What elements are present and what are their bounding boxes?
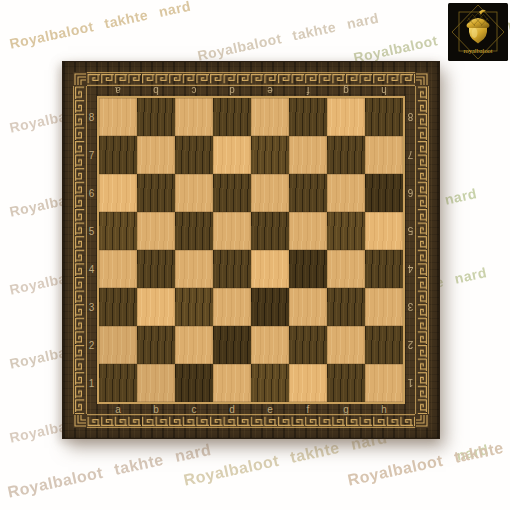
square-c3: [175, 288, 213, 326]
square-e2: [251, 326, 289, 364]
file-label: b: [137, 404, 175, 415]
square-b7: [137, 136, 175, 174]
file-label: d: [213, 404, 251, 415]
rank-label: 5: [405, 212, 416, 250]
file-label: b: [137, 85, 175, 96]
square-h1: [365, 364, 403, 402]
square-a6: [99, 174, 137, 212]
rank-labels-right: 87654321: [405, 98, 416, 402]
rank-label: 8: [86, 98, 97, 136]
square-a3: [99, 288, 137, 326]
brand-logo: royalbaloot: [448, 3, 508, 61]
square-a2: [99, 326, 137, 364]
file-label: f: [289, 85, 327, 96]
file-label: g: [327, 404, 365, 415]
square-b6: [137, 174, 175, 212]
square-f7: [289, 136, 327, 174]
square-c4: [175, 250, 213, 288]
rank-label: 8: [405, 98, 416, 136]
square-h6: [365, 174, 403, 212]
rank-label: 1: [405, 364, 416, 402]
square-e6: [251, 174, 289, 212]
square-d3: [213, 288, 251, 326]
square-g4: [327, 250, 365, 288]
file-label: h: [365, 85, 403, 96]
square-c8: [175, 98, 213, 136]
square-f1: [289, 364, 327, 402]
square-a5: [99, 212, 137, 250]
rank-label: 4: [405, 250, 416, 288]
square-d6: [213, 174, 251, 212]
file-label: e: [251, 85, 289, 96]
square-f3: [289, 288, 327, 326]
rank-label: 6: [405, 174, 416, 212]
square-e4: [251, 250, 289, 288]
file-label: f: [289, 404, 327, 415]
greek-key-border-right: [415, 72, 429, 428]
square-e7: [251, 136, 289, 174]
greek-key-corner: [73, 72, 87, 86]
square-c6: [175, 174, 213, 212]
square-b5: [137, 212, 175, 250]
greek-key-border-left: [73, 72, 87, 428]
file-label: a: [99, 404, 137, 415]
square-h8: [365, 98, 403, 136]
square-b3: [137, 288, 175, 326]
rank-label: 2: [405, 326, 416, 364]
square-b4: [137, 250, 175, 288]
greek-key-border-top: [73, 72, 429, 86]
rank-label: 1: [86, 364, 97, 402]
square-d2: [213, 326, 251, 364]
square-g6: [327, 174, 365, 212]
greek-key-corner: [415, 72, 429, 86]
square-d8: [213, 98, 251, 136]
square-f6: [289, 174, 327, 212]
square-d1: [213, 364, 251, 402]
square-c7: [175, 136, 213, 174]
square-a7: [99, 136, 137, 174]
file-label: c: [175, 404, 213, 415]
greek-key-border-bottom: [73, 414, 429, 428]
rank-label: 3: [405, 288, 416, 326]
square-h2: [365, 326, 403, 364]
square-h7: [365, 136, 403, 174]
chessboard: abcdefgh abcdefgh 87654321 87654321: [62, 61, 440, 439]
square-b1: [137, 364, 175, 402]
square-h5: [365, 212, 403, 250]
square-c2: [175, 326, 213, 364]
square-g5: [327, 212, 365, 250]
rank-label: 3: [86, 288, 97, 326]
square-a1: [99, 364, 137, 402]
square-d5: [213, 212, 251, 250]
rank-label: 6: [86, 174, 97, 212]
file-labels-bottom: abcdefgh: [99, 404, 403, 415]
square-d7: [213, 136, 251, 174]
square-f5: [289, 212, 327, 250]
square-g8: [327, 98, 365, 136]
file-label: a: [99, 85, 137, 96]
rank-label: 7: [86, 136, 97, 174]
square-e3: [251, 288, 289, 326]
rank-label: 5: [86, 212, 97, 250]
square-g7: [327, 136, 365, 174]
square-d4: [213, 250, 251, 288]
square-f2: [289, 326, 327, 364]
rank-label: 4: [86, 250, 97, 288]
greek-key-corner: [73, 414, 87, 428]
rank-label: 2: [86, 326, 97, 364]
square-g1: [327, 364, 365, 402]
square-b2: [137, 326, 175, 364]
square-a8: [99, 98, 137, 136]
rank-label: 7: [405, 136, 416, 174]
file-labels-top: abcdefgh: [99, 85, 403, 96]
rank-labels-left: 87654321: [86, 98, 97, 402]
square-g2: [327, 326, 365, 364]
square-c1: [175, 364, 213, 402]
square-c5: [175, 212, 213, 250]
square-h4: [365, 250, 403, 288]
greek-key-corner: [415, 414, 429, 428]
square-h3: [365, 288, 403, 326]
square-a4: [99, 250, 137, 288]
square-e8: [251, 98, 289, 136]
file-label: e: [251, 404, 289, 415]
file-label: h: [365, 404, 403, 415]
watermark-text: Royalbaloot takhte nard: [8, 0, 192, 52]
file-label: d: [213, 85, 251, 96]
square-e1: [251, 364, 289, 402]
file-label: g: [327, 85, 365, 96]
product-photo: Royalbaloot takhte nardRoyalbaloot takht…: [0, 0, 510, 510]
square-f4: [289, 250, 327, 288]
square-f8: [289, 98, 327, 136]
file-label: c: [175, 85, 213, 96]
board-squares: [97, 96, 405, 404]
square-b8: [137, 98, 175, 136]
square-g3: [327, 288, 365, 326]
brand-name: royalbaloot: [463, 47, 492, 54]
square-e5: [251, 212, 289, 250]
